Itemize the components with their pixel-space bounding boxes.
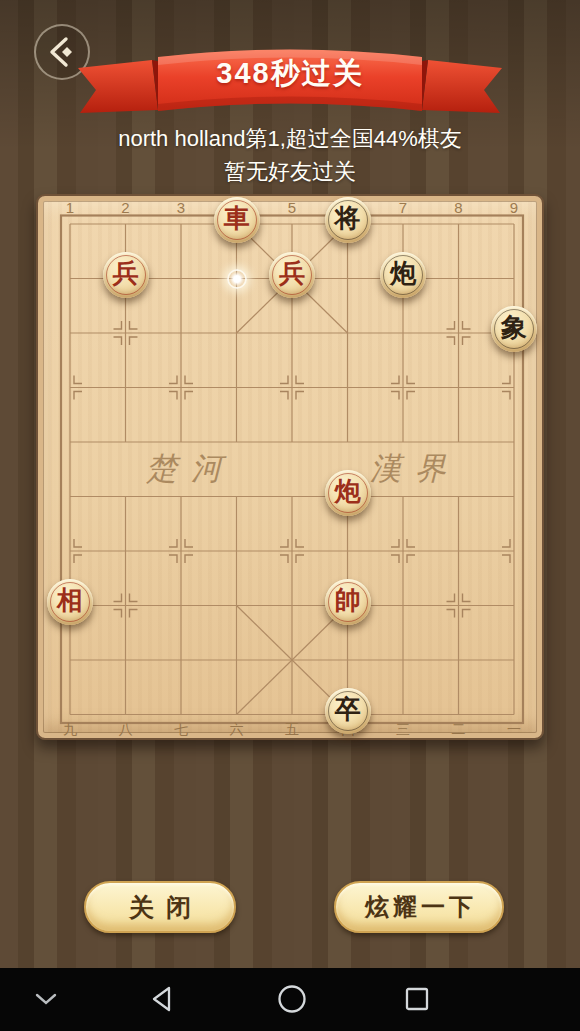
piece-black-general[interactable]: 将 (325, 197, 371, 243)
piece-glyph: 相 (57, 588, 83, 616)
piece-red-soldier[interactable]: 兵 (269, 252, 315, 298)
hide-navbar-chevron-icon[interactable] (32, 991, 60, 1007)
banner-text: 348秒过关 (160, 58, 420, 88)
banner-ribbon: 348秒过关 (70, 30, 510, 122)
android-home-icon[interactable] (277, 984, 307, 1014)
rank-text: north holland第1,超过全国44%棋友 (0, 124, 580, 154)
piece-black-elephant[interactable]: 象 (491, 306, 537, 352)
piece-glyph: 卒 (335, 697, 361, 725)
piece-red-elephant[interactable]: 相 (47, 579, 93, 625)
piece-glyph: 兵 (279, 261, 305, 289)
piece-red-cannon[interactable]: 炮 (325, 470, 371, 516)
piece-glyph: 将 (335, 206, 361, 234)
android-back-icon[interactable] (150, 985, 172, 1013)
android-recents-icon[interactable] (404, 986, 430, 1012)
xiangqi-board[interactable]: 楚河 漢界 123456789九八七六五四三二一車将兵兵炮象炮相帥卒 (36, 194, 544, 740)
piece-glyph: 炮 (390, 261, 416, 289)
last-move-highlight (227, 269, 247, 289)
close-button[interactable]: 关闭 (84, 881, 236, 933)
piece-black-soldier[interactable]: 卒 (325, 688, 371, 734)
piece-glyph: 兵 (113, 261, 139, 289)
piece-glyph: 車 (224, 206, 250, 234)
piece-red-soldier[interactable]: 兵 (103, 252, 149, 298)
screen: 348秒过关 north holland第1,超过全国44%棋友 暂无好友过关 … (0, 0, 580, 1031)
piece-black-cannon[interactable]: 炮 (380, 252, 426, 298)
friends-text: 暂无好友过关 (0, 157, 580, 187)
piece-red-general[interactable]: 帥 (325, 579, 371, 625)
piece-red-chariot[interactable]: 車 (214, 197, 260, 243)
android-navbar (0, 968, 580, 1031)
show-off-button[interactable]: 炫耀一下 (334, 881, 504, 933)
piece-glyph: 炮 (335, 479, 361, 507)
piece-glyph: 象 (501, 315, 527, 343)
piece-glyph: 帥 (335, 588, 361, 616)
